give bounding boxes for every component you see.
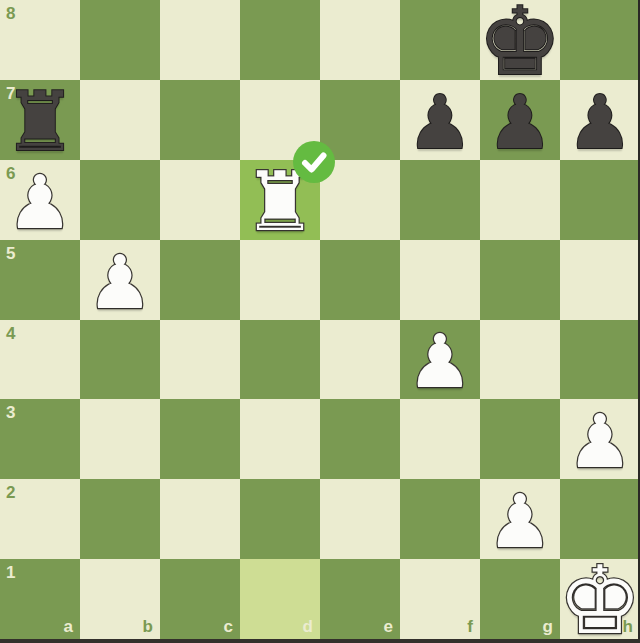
square-a8[interactable]: 8 (0, 0, 80, 80)
square-f7[interactable]: ♟ (400, 80, 480, 160)
rank-label-5: 5 (6, 245, 15, 262)
square-b2[interactable] (80, 479, 160, 559)
square-a5[interactable]: 5 (0, 240, 80, 320)
rank-label-1: 1 (6, 564, 15, 581)
square-e6[interactable] (320, 160, 400, 240)
chess-puzzle-board-window: 8♚7♜♟♟♟6♟♜5♟4♟3♟2♟1abcdefgh♚ (0, 0, 640, 643)
square-c8[interactable] (160, 0, 240, 80)
white-pawn[interactable]: ♟ (480, 481, 560, 561)
white-rook[interactable]: ♜ (240, 162, 320, 242)
file-label-g: g (543, 618, 553, 635)
square-h3[interactable]: ♟ (560, 399, 640, 479)
window-edge-bottom (0, 639, 640, 643)
square-f1[interactable]: f (400, 559, 480, 639)
square-g1[interactable]: g (480, 559, 560, 639)
square-g2[interactable]: ♟ (480, 479, 560, 559)
file-label-d: d (303, 618, 313, 635)
rank-label-2: 2 (6, 484, 15, 501)
square-g3[interactable] (480, 399, 560, 479)
square-e2[interactable] (320, 479, 400, 559)
square-b8[interactable] (80, 0, 160, 80)
square-a4[interactable]: 4 (0, 320, 80, 400)
black-pawn[interactable]: ♟ (400, 82, 480, 162)
chess-board: 8♚7♜♟♟♟6♟♜5♟4♟3♟2♟1abcdefgh♚ (0, 0, 640, 639)
square-g7[interactable]: ♟ (480, 80, 560, 160)
square-h8[interactable] (560, 0, 640, 80)
square-h1[interactable]: h♚ (560, 559, 640, 639)
black-pawn[interactable]: ♟ (560, 82, 640, 162)
square-h4[interactable] (560, 320, 640, 400)
square-c1[interactable]: c (160, 559, 240, 639)
square-b3[interactable] (80, 399, 160, 479)
black-king[interactable]: ♚ (480, 2, 560, 82)
white-pawn[interactable]: ♟ (80, 242, 160, 322)
square-h5[interactable] (560, 240, 640, 320)
file-label-c: c (224, 618, 233, 635)
square-b6[interactable] (80, 160, 160, 240)
square-a2[interactable]: 2 (0, 479, 80, 559)
square-b7[interactable] (80, 80, 160, 160)
square-c3[interactable] (160, 399, 240, 479)
square-a7[interactable]: 7♜ (0, 80, 80, 160)
square-f6[interactable] (400, 160, 480, 240)
square-e8[interactable] (320, 0, 400, 80)
white-pawn[interactable]: ♟ (400, 322, 480, 402)
white-king[interactable]: ♚ (560, 561, 640, 641)
square-h6[interactable] (560, 160, 640, 240)
square-d5[interactable] (240, 240, 320, 320)
square-g6[interactable] (480, 160, 560, 240)
square-b5[interactable]: ♟ (80, 240, 160, 320)
file-label-b: b (143, 618, 153, 635)
rank-label-8: 8 (6, 5, 15, 22)
square-d2[interactable] (240, 479, 320, 559)
square-a1[interactable]: 1a (0, 559, 80, 639)
square-h7[interactable]: ♟ (560, 80, 640, 160)
square-f3[interactable] (400, 399, 480, 479)
square-f8[interactable] (400, 0, 480, 80)
white-pawn[interactable]: ♟ (560, 401, 640, 481)
square-d4[interactable] (240, 320, 320, 400)
square-c5[interactable] (160, 240, 240, 320)
square-g5[interactable] (480, 240, 560, 320)
square-g4[interactable] (480, 320, 560, 400)
square-b1[interactable]: b (80, 559, 160, 639)
square-c7[interactable] (160, 80, 240, 160)
square-f5[interactable] (400, 240, 480, 320)
square-f2[interactable] (400, 479, 480, 559)
square-d8[interactable] (240, 0, 320, 80)
square-e3[interactable] (320, 399, 400, 479)
square-e7[interactable] (320, 80, 400, 160)
square-e4[interactable] (320, 320, 400, 400)
square-a3[interactable]: 3 (0, 399, 80, 479)
white-pawn[interactable]: ♟ (0, 162, 80, 242)
square-d3[interactable] (240, 399, 320, 479)
square-d6[interactable]: ♜ (240, 160, 320, 240)
square-c4[interactable] (160, 320, 240, 400)
square-e1[interactable]: e (320, 559, 400, 639)
square-c6[interactable] (160, 160, 240, 240)
square-d7[interactable] (240, 80, 320, 160)
black-rook[interactable]: ♜ (0, 82, 80, 162)
square-e5[interactable] (320, 240, 400, 320)
square-a6[interactable]: 6♟ (0, 160, 80, 240)
rank-label-3: 3 (6, 404, 15, 421)
file-label-a: a (64, 618, 73, 635)
square-b4[interactable] (80, 320, 160, 400)
rank-label-4: 4 (6, 325, 15, 342)
square-d1[interactable]: d (240, 559, 320, 639)
square-g8[interactable]: ♚ (480, 0, 560, 80)
file-label-e: e (384, 618, 393, 635)
file-label-f: f (467, 618, 473, 635)
black-pawn[interactable]: ♟ (480, 82, 560, 162)
square-c2[interactable] (160, 479, 240, 559)
square-f4[interactable]: ♟ (400, 320, 480, 400)
